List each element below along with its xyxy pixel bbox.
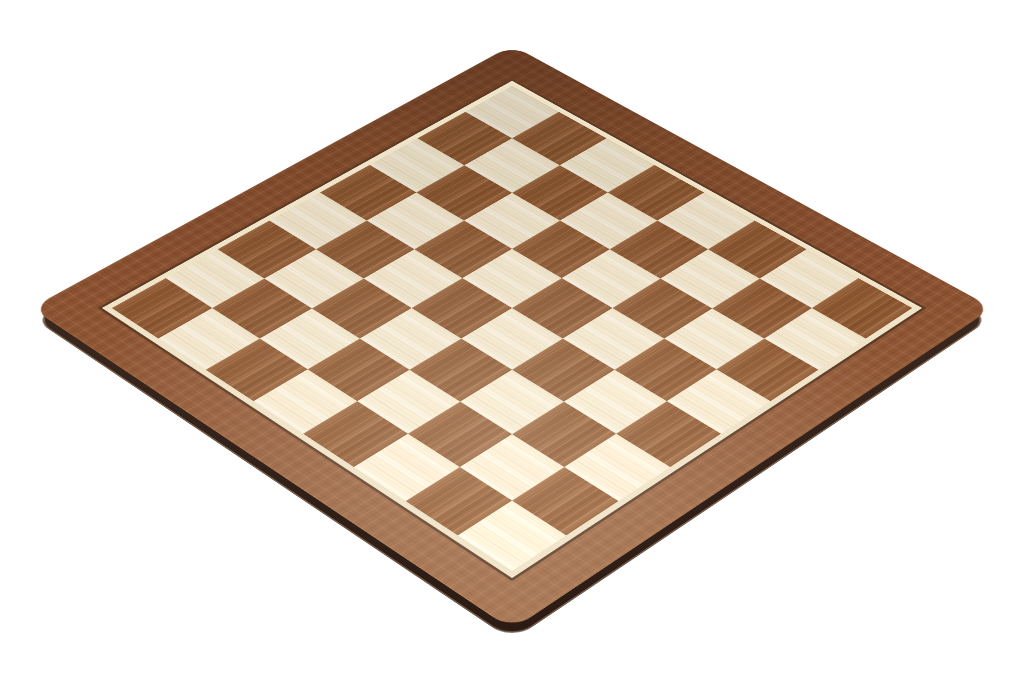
board-frame: [31, 45, 993, 630]
chessboard: [31, 45, 993, 630]
playing-field: [112, 86, 912, 571]
photo-background: [0, 0, 1024, 683]
